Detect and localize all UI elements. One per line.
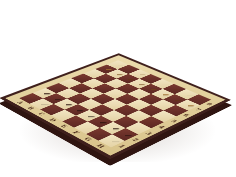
white-king-finial: [161, 56, 164, 60]
chess-board: ABCDEFGH 87654321 ♜♞♝♛♚♝♞♜♟♟♟♟♟♟♟♟♟♟♟♟♟♟…: [0, 53, 231, 159]
white-pawn-glyph: ♟: [180, 90, 196, 108]
black-king-finial: [73, 91, 76, 94]
black-rook-glyph: ♜: [100, 119, 123, 145]
pieces-layer: ♜♞♝♛♚♝♞♜♟♟♟♟♟♟♟♟♟♟♟♟♟♟♟♟♜♞♝♛♚♝♞♜: [19, 60, 211, 147]
board-scene: ABCDEFGH 87654321 ♜♞♝♛♚♝♞♜♟♟♟♟♟♟♟♟♟♟♟♟♟♟…: [33, 17, 197, 177]
page: { "game": "chess", "position": "rnbqkbnr…: [0, 0, 236, 177]
